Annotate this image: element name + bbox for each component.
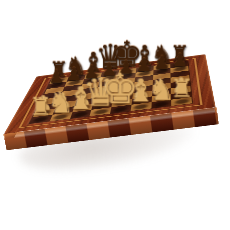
scene: ♜♞♝♛♚♝♞♜♟♟♟♟♟♟♟♟♟♟♟♟♟♟♟♟♜♞♝♛♚♝♞♜	[6, 0, 223, 199]
board-perspective-wrapper: ♜♞♝♛♚♝♞♜♟♟♟♟♟♟♟♟♟♟♟♟♟♟♟♟♜♞♝♛♚♝♞♜	[6, 0, 223, 199]
piece-white-rook[interactable]: ♜	[157, 77, 205, 102]
photo-stage: ♜♞♝♛♚♝♞♜♟♟♟♟♟♟♟♟♟♟♟♟♟♟♟♟♜♞♝♛♚♝♞♜	[0, 0, 230, 230]
chess-board[interactable]: ♜♞♝♛♚♝♞♜♟♟♟♟♟♟♟♟♟♟♟♟♟♟♟♟♜♞♝♛♚♝♞♜	[4, 54, 215, 134]
piece-black-pawn[interactable]: ♟	[159, 51, 201, 69]
